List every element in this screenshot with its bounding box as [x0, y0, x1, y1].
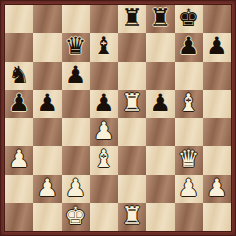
- piece-white-pawn: ♟: [65, 176, 87, 200]
- piece-white-pawn: ♟: [93, 119, 115, 143]
- square-a5[interactable]: ♟: [5, 90, 33, 118]
- square-c4[interactable]: [62, 118, 90, 146]
- square-h4[interactable]: [203, 118, 231, 146]
- square-g4[interactable]: [175, 118, 203, 146]
- square-f8[interactable]: ♜: [146, 5, 174, 33]
- square-g6[interactable]: [175, 62, 203, 90]
- piece-black-pawn: ♟: [178, 34, 200, 58]
- piece-white-bishop: ♝: [178, 91, 200, 115]
- piece-black-pawn: ♟: [93, 91, 115, 115]
- piece-white-king: ♚: [65, 204, 87, 228]
- square-e5[interactable]: ♜: [118, 90, 146, 118]
- piece-white-rook: ♜: [121, 91, 143, 115]
- piece-white-rook: ♜: [121, 204, 143, 228]
- square-c1[interactable]: ♚: [62, 203, 90, 231]
- piece-white-pawn: ♟: [37, 176, 59, 200]
- square-f7[interactable]: [146, 33, 174, 61]
- square-h2[interactable]: ♟: [203, 175, 231, 203]
- piece-black-pawn: ♟: [206, 34, 228, 58]
- chess-board: ♜♜♚♛♝♟♟♞♟♟♟♟♜♟♝♟♟♝♛♟♟♟♟♚♜: [5, 5, 231, 231]
- square-f3[interactable]: [146, 146, 174, 174]
- piece-white-bishop: ♝: [93, 147, 115, 171]
- square-c6[interactable]: ♟: [62, 62, 90, 90]
- square-e8[interactable]: ♜: [118, 5, 146, 33]
- square-c2[interactable]: ♟: [62, 175, 90, 203]
- square-e6[interactable]: [118, 62, 146, 90]
- square-h5[interactable]: [203, 90, 231, 118]
- piece-black-pawn: ♟: [150, 91, 172, 115]
- square-e3[interactable]: [118, 146, 146, 174]
- piece-black-rook: ♜: [150, 6, 172, 30]
- square-e4[interactable]: [118, 118, 146, 146]
- square-g1[interactable]: [175, 203, 203, 231]
- square-g3[interactable]: ♛: [175, 146, 203, 174]
- square-d8[interactable]: [90, 5, 118, 33]
- square-f2[interactable]: [146, 175, 174, 203]
- square-a3[interactable]: ♟: [5, 146, 33, 174]
- piece-white-pawn: ♟: [178, 176, 200, 200]
- square-a1[interactable]: [5, 203, 33, 231]
- square-e2[interactable]: [118, 175, 146, 203]
- square-d4[interactable]: ♟: [90, 118, 118, 146]
- square-e1[interactable]: ♜: [118, 203, 146, 231]
- square-a7[interactable]: [5, 33, 33, 61]
- square-f5[interactable]: ♟: [146, 90, 174, 118]
- square-a2[interactable]: [5, 175, 33, 203]
- square-d6[interactable]: [90, 62, 118, 90]
- piece-black-bishop: ♝: [93, 34, 115, 58]
- square-b1[interactable]: [33, 203, 61, 231]
- square-c3[interactable]: [62, 146, 90, 174]
- piece-black-pawn: ♟: [37, 91, 59, 115]
- square-c8[interactable]: [62, 5, 90, 33]
- square-a6[interactable]: ♞: [5, 62, 33, 90]
- square-b2[interactable]: ♟: [33, 175, 61, 203]
- square-f6[interactable]: [146, 62, 174, 90]
- board-frame: ♜♜♚♛♝♟♟♞♟♟♟♟♜♟♝♟♟♝♛♟♟♟♟♚♜: [0, 0, 236, 236]
- square-d5[interactable]: ♟: [90, 90, 118, 118]
- piece-black-king: ♚: [178, 6, 200, 30]
- square-d3[interactable]: ♝: [90, 146, 118, 174]
- square-b7[interactable]: [33, 33, 61, 61]
- piece-black-pawn: ♟: [8, 91, 30, 115]
- square-c7[interactable]: ♛: [62, 33, 90, 61]
- square-b4[interactable]: [33, 118, 61, 146]
- square-h8[interactable]: [203, 5, 231, 33]
- square-f4[interactable]: [146, 118, 174, 146]
- square-d1[interactable]: [90, 203, 118, 231]
- piece-black-pawn: ♟: [65, 63, 87, 87]
- square-b8[interactable]: [33, 5, 61, 33]
- piece-black-queen: ♛: [65, 34, 87, 58]
- square-h3[interactable]: [203, 146, 231, 174]
- square-g5[interactable]: ♝: [175, 90, 203, 118]
- square-c5[interactable]: [62, 90, 90, 118]
- square-d2[interactable]: [90, 175, 118, 203]
- square-a8[interactable]: [5, 5, 33, 33]
- square-h6[interactable]: [203, 62, 231, 90]
- square-b6[interactable]: [33, 62, 61, 90]
- square-d7[interactable]: ♝: [90, 33, 118, 61]
- square-a4[interactable]: [5, 118, 33, 146]
- square-g2[interactable]: ♟: [175, 175, 203, 203]
- piece-black-rook: ♜: [121, 6, 143, 30]
- piece-white-pawn: ♟: [206, 176, 228, 200]
- square-g7[interactable]: ♟: [175, 33, 203, 61]
- square-h1[interactable]: [203, 203, 231, 231]
- square-e7[interactable]: [118, 33, 146, 61]
- piece-white-queen: ♛: [178, 147, 200, 171]
- piece-white-pawn: ♟: [8, 147, 30, 171]
- square-g8[interactable]: ♚: [175, 5, 203, 33]
- square-h7[interactable]: ♟: [203, 33, 231, 61]
- square-b5[interactable]: ♟: [33, 90, 61, 118]
- piece-black-knight: ♞: [8, 63, 30, 87]
- square-f1[interactable]: [146, 203, 174, 231]
- square-b3[interactable]: [33, 146, 61, 174]
